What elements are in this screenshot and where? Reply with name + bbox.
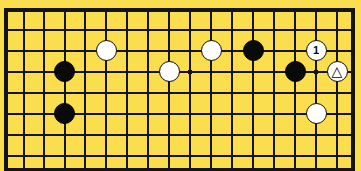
go-board: 1△ [0, 0, 361, 171]
white-stone [96, 40, 117, 61]
grid-line-vertical [126, 8, 128, 171]
move-number-label: 1 [313, 45, 319, 56]
board-frame-line-vertical [4, 8, 8, 171]
black-stone [243, 40, 264, 61]
grid-line-horizontal [4, 50, 355, 52]
grid-line-vertical [336, 8, 338, 171]
grid-line-vertical [64, 8, 66, 171]
board-frame-line-horizontal [4, 168, 355, 171]
grid-line-horizontal [4, 92, 355, 94]
star-point [188, 70, 192, 74]
grid-line-vertical [273, 8, 275, 171]
grid-line-horizontal [4, 29, 355, 31]
grid-line-vertical [23, 8, 25, 171]
white-stone-move-1: 1 [306, 40, 327, 61]
grid-line-horizontal [4, 134, 355, 136]
black-stone [54, 61, 75, 82]
go-diagram: 1△ [0, 0, 361, 171]
grid-line-vertical [43, 8, 45, 171]
star-point [314, 70, 318, 74]
grid-line-vertical [294, 8, 296, 171]
black-stone [54, 103, 75, 124]
white-stone-triangle-marked: △ [327, 61, 348, 82]
white-stone [201, 40, 222, 61]
white-stone [306, 103, 327, 124]
grid-line-vertical [168, 8, 170, 171]
grid-line-vertical [105, 8, 107, 171]
board-frame-line-vertical [351, 8, 355, 171]
grid-line-vertical [210, 8, 212, 171]
grid-line-vertical [252, 8, 254, 171]
grid-line-vertical [231, 8, 233, 171]
grid-line-vertical [84, 8, 86, 171]
board-frame-line-horizontal [4, 8, 355, 12]
grid-line-vertical [315, 8, 317, 171]
grid-line-vertical [147, 8, 149, 171]
white-stone [159, 61, 180, 82]
grid-line-horizontal [4, 155, 355, 157]
black-stone [285, 61, 306, 82]
grid-line-vertical [189, 8, 191, 171]
triangle-mark-icon: △ [332, 64, 343, 78]
